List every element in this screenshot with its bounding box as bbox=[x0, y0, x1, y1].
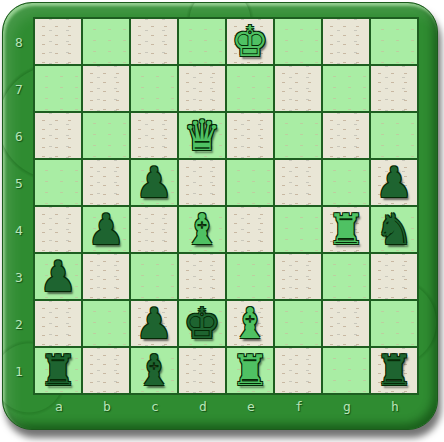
square-h4[interactable]: ♞ bbox=[371, 207, 417, 252]
file-label-f: f bbox=[275, 399, 323, 417]
square-f4[interactable] bbox=[275, 207, 321, 252]
square-g6[interactable] bbox=[323, 113, 369, 158]
square-e4[interactable] bbox=[227, 207, 273, 252]
square-b8[interactable] bbox=[83, 19, 129, 64]
piece-queen-light[interactable]: ♛ bbox=[183, 113, 221, 158]
piece-bishop-dark[interactable]: ♝ bbox=[135, 348, 173, 393]
chess-board: ♚♛♟♟♟♝♜♞♟♟♚♝♜♝♜♜ bbox=[33, 17, 419, 395]
square-g2[interactable] bbox=[323, 301, 369, 346]
square-g3[interactable] bbox=[323, 254, 369, 299]
piece-pawn-dark[interactable]: ♟ bbox=[87, 207, 125, 252]
square-e2[interactable]: ♝ bbox=[227, 301, 273, 346]
rank-label-3: 3 bbox=[9, 254, 29, 301]
square-g4[interactable]: ♜ bbox=[323, 207, 369, 252]
rank-label-5: 5 bbox=[9, 160, 29, 207]
square-f7[interactable] bbox=[275, 66, 321, 111]
square-c3[interactable] bbox=[131, 254, 177, 299]
square-d5[interactable] bbox=[179, 160, 225, 205]
square-g7[interactable] bbox=[323, 66, 369, 111]
square-b2[interactable] bbox=[83, 301, 129, 346]
square-b4[interactable]: ♟ bbox=[83, 207, 129, 252]
square-e6[interactable] bbox=[227, 113, 273, 158]
square-e7[interactable] bbox=[227, 66, 273, 111]
rank-label-7: 7 bbox=[9, 66, 29, 113]
file-label-b: b bbox=[83, 399, 131, 417]
square-d1[interactable] bbox=[179, 348, 225, 393]
rank-label-1: 1 bbox=[9, 348, 29, 395]
square-g5[interactable] bbox=[323, 160, 369, 205]
square-e5[interactable] bbox=[227, 160, 273, 205]
square-f3[interactable] bbox=[275, 254, 321, 299]
square-g8[interactable] bbox=[323, 19, 369, 64]
square-a8[interactable] bbox=[35, 19, 81, 64]
file-label-d: d bbox=[179, 399, 227, 417]
square-b3[interactable] bbox=[83, 254, 129, 299]
square-f8[interactable] bbox=[275, 19, 321, 64]
square-d3[interactable] bbox=[179, 254, 225, 299]
square-h2[interactable] bbox=[371, 301, 417, 346]
square-h7[interactable] bbox=[371, 66, 417, 111]
square-f1[interactable] bbox=[275, 348, 321, 393]
rank-label-2: 2 bbox=[9, 301, 29, 348]
square-e1[interactable]: ♜ bbox=[227, 348, 273, 393]
square-c2[interactable]: ♟ bbox=[131, 301, 177, 346]
square-h8[interactable] bbox=[371, 19, 417, 64]
square-b5[interactable] bbox=[83, 160, 129, 205]
square-c7[interactable] bbox=[131, 66, 177, 111]
rank-labels: 87654321 bbox=[9, 19, 29, 395]
square-c1[interactable]: ♝ bbox=[131, 348, 177, 393]
square-d7[interactable] bbox=[179, 66, 225, 111]
rank-label-4: 4 bbox=[9, 207, 29, 254]
square-f6[interactable] bbox=[275, 113, 321, 158]
square-b1[interactable] bbox=[83, 348, 129, 393]
file-label-h: h bbox=[371, 399, 419, 417]
square-a3[interactable]: ♟ bbox=[35, 254, 81, 299]
square-c8[interactable] bbox=[131, 19, 177, 64]
square-a2[interactable] bbox=[35, 301, 81, 346]
board-frame: 87654321 ♚♛♟♟♟♝♜♞♟♟♚♝♜♝♜♜ abcdefgh bbox=[2, 2, 438, 430]
piece-rook-light[interactable]: ♜ bbox=[327, 207, 365, 252]
rank-label-8: 8 bbox=[9, 19, 29, 66]
piece-knight-dark[interactable]: ♞ bbox=[375, 207, 413, 252]
square-d6[interactable]: ♛ bbox=[179, 113, 225, 158]
square-d8[interactable] bbox=[179, 19, 225, 64]
square-a6[interactable] bbox=[35, 113, 81, 158]
square-h1[interactable]: ♜ bbox=[371, 348, 417, 393]
piece-king-dark[interactable]: ♚ bbox=[183, 301, 221, 346]
square-h3[interactable] bbox=[371, 254, 417, 299]
piece-rook-dark[interactable]: ♜ bbox=[375, 348, 413, 393]
piece-pawn-dark[interactable]: ♟ bbox=[39, 254, 77, 299]
square-g1[interactable] bbox=[323, 348, 369, 393]
piece-bishop-light[interactable]: ♝ bbox=[183, 207, 221, 252]
square-h5[interactable]: ♟ bbox=[371, 160, 417, 205]
file-label-g: g bbox=[323, 399, 371, 417]
square-e8[interactable]: ♚ bbox=[227, 19, 273, 64]
file-labels: abcdefgh bbox=[35, 399, 419, 417]
square-b7[interactable] bbox=[83, 66, 129, 111]
square-a1[interactable]: ♜ bbox=[35, 348, 81, 393]
square-b6[interactable] bbox=[83, 113, 129, 158]
square-f5[interactable] bbox=[275, 160, 321, 205]
piece-bishop-light[interactable]: ♝ bbox=[231, 301, 269, 346]
square-h6[interactable] bbox=[371, 113, 417, 158]
square-a7[interactable] bbox=[35, 66, 81, 111]
piece-rook-dark[interactable]: ♜ bbox=[39, 348, 77, 393]
file-label-c: c bbox=[131, 399, 179, 417]
piece-pawn-dark[interactable]: ♟ bbox=[375, 160, 413, 205]
square-f2[interactable] bbox=[275, 301, 321, 346]
file-label-e: e bbox=[227, 399, 275, 417]
square-a5[interactable] bbox=[35, 160, 81, 205]
piece-king-light[interactable]: ♚ bbox=[231, 19, 269, 64]
square-c5[interactable]: ♟ bbox=[131, 160, 177, 205]
rank-label-6: 6 bbox=[9, 113, 29, 160]
square-a4[interactable] bbox=[35, 207, 81, 252]
square-d2[interactable]: ♚ bbox=[179, 301, 225, 346]
piece-rook-light[interactable]: ♜ bbox=[231, 348, 269, 393]
square-c4[interactable] bbox=[131, 207, 177, 252]
piece-pawn-dark[interactable]: ♟ bbox=[135, 301, 173, 346]
piece-pawn-dark[interactable]: ♟ bbox=[135, 160, 173, 205]
square-e3[interactable] bbox=[227, 254, 273, 299]
file-label-a: a bbox=[35, 399, 83, 417]
square-d4[interactable]: ♝ bbox=[179, 207, 225, 252]
square-c6[interactable] bbox=[131, 113, 177, 158]
